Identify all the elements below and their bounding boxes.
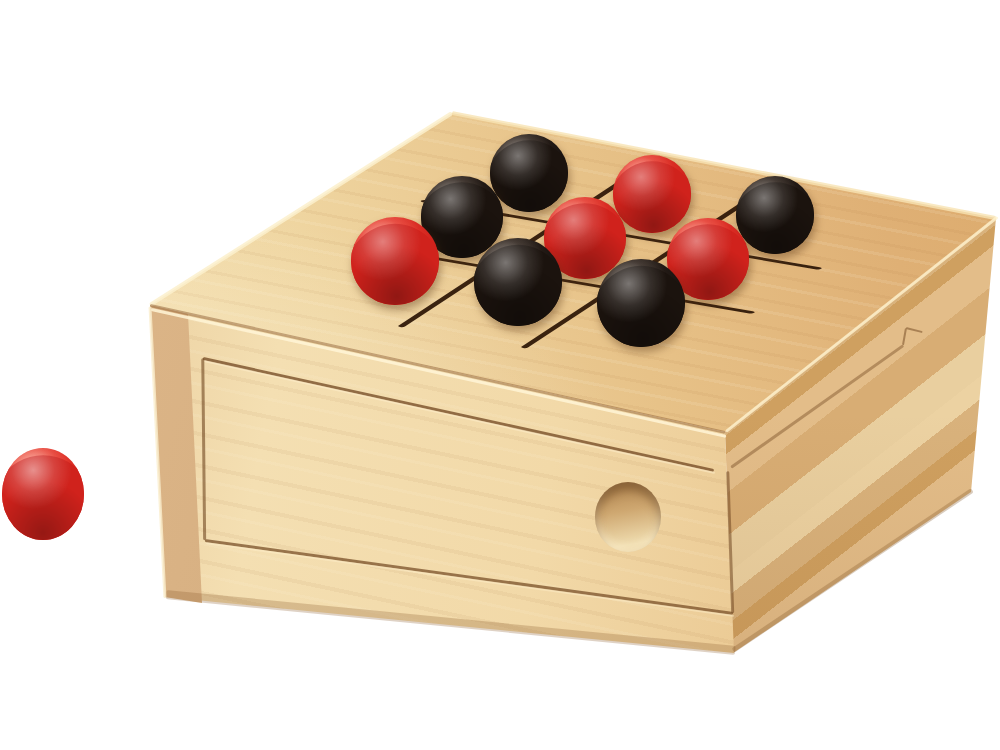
piece-black[interactable]: ●: [490, 134, 568, 212]
loose-ball[interactable]: ●: [2, 448, 84, 540]
drawer-thumb-hole[interactable]: [595, 482, 661, 552]
scene: ● ● ● ● ● ● ● ● ● ●: [0, 0, 1000, 750]
piece-black[interactable]: ●: [597, 259, 685, 347]
piece-red[interactable]: ●: [613, 155, 691, 233]
piece-red[interactable]: ●: [351, 217, 439, 305]
piece-black[interactable]: ●: [736, 176, 814, 254]
piece-black[interactable]: ●: [474, 238, 562, 326]
